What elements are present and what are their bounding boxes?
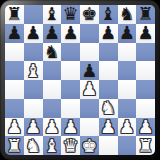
square-h7[interactable]: ♟ [136, 24, 155, 43]
piece-black-pawn[interactable]: ♟ [6, 24, 22, 42]
piece-black-queen[interactable]: ♛ [63, 5, 79, 23]
square-f5[interactable] [99, 61, 118, 80]
square-e8[interactable]: ♚ [80, 5, 99, 24]
piece-white-knight[interactable]: ♞ [100, 99, 116, 117]
square-f2[interactable]: ♟ [99, 118, 118, 137]
piece-white-pawn[interactable]: ♟ [119, 117, 135, 135]
piece-black-rook[interactable]: ♜ [138, 5, 154, 23]
piece-black-rook[interactable]: ♜ [6, 5, 22, 23]
square-a7[interactable]: ♟ [5, 24, 24, 43]
square-a5[interactable] [5, 61, 24, 80]
piece-white-pawn[interactable]: ♟ [6, 117, 22, 135]
piece-black-king[interactable]: ♚ [81, 5, 97, 23]
piece-white-rook[interactable]: ♜ [138, 136, 154, 154]
square-g6[interactable] [118, 43, 137, 62]
square-b1[interactable]: ♞ [24, 136, 43, 155]
piece-black-pawn[interactable]: ♟ [81, 61, 97, 79]
square-c4[interactable] [43, 80, 62, 99]
piece-white-bishop[interactable]: ♝ [44, 136, 60, 154]
square-d4[interactable] [61, 80, 80, 99]
square-d1[interactable]: ♛ [61, 136, 80, 155]
square-c1[interactable]: ♝ [43, 136, 62, 155]
square-e4[interactable]: ♟ [80, 80, 99, 99]
square-b5[interactable]: ♝ [24, 61, 43, 80]
square-f7[interactable]: ♟ [99, 24, 118, 43]
board-frame: ♜♝♛♚♝♞♜♟♟♟♟♟♟♟♞♝♟♟♞♟♟♟♟♟♟♟♜♞♝♛♚♜ [0, 0, 160, 160]
square-a6[interactable] [5, 43, 24, 62]
piece-black-pawn[interactable]: ♟ [138, 24, 154, 42]
square-d5[interactable] [61, 61, 80, 80]
square-g4[interactable] [118, 80, 137, 99]
square-g7[interactable]: ♟ [118, 24, 137, 43]
piece-black-bishop[interactable]: ♝ [44, 5, 60, 23]
square-g5[interactable] [118, 61, 137, 80]
square-d6[interactable] [61, 43, 80, 62]
chess-board[interactable]: ♜♝♛♚♝♞♜♟♟♟♟♟♟♟♞♝♟♟♞♟♟♟♟♟♟♟♜♞♝♛♚♜ [5, 5, 155, 155]
square-c5[interactable] [43, 61, 62, 80]
piece-white-knight[interactable]: ♞ [25, 136, 41, 154]
piece-white-pawn[interactable]: ♟ [81, 80, 97, 98]
piece-black-pawn[interactable]: ♟ [119, 24, 135, 42]
square-g2[interactable]: ♟ [118, 118, 137, 137]
square-e1[interactable]: ♚ [80, 136, 99, 155]
piece-white-pawn[interactable]: ♟ [100, 117, 116, 135]
piece-white-bishop[interactable]: ♝ [25, 61, 41, 79]
piece-white-pawn[interactable]: ♟ [44, 117, 60, 135]
piece-black-pawn[interactable]: ♟ [100, 24, 116, 42]
square-a1[interactable]: ♜ [5, 136, 24, 155]
square-f6[interactable] [99, 43, 118, 62]
square-h5[interactable] [136, 61, 155, 80]
chessboard-app: ♜♝♛♚♝♞♜♟♟♟♟♟♟♟♞♝♟♟♞♟♟♟♟♟♟♟♜♞♝♛♚♜ [0, 0, 160, 160]
piece-black-knight[interactable]: ♞ [119, 5, 135, 23]
square-e7[interactable] [80, 24, 99, 43]
piece-black-bishop[interactable]: ♝ [100, 5, 116, 23]
square-c6[interactable]: ♞ [43, 43, 62, 62]
piece-black-pawn[interactable]: ♟ [63, 24, 79, 42]
square-a4[interactable] [5, 80, 24, 99]
piece-white-pawn[interactable]: ♟ [63, 117, 79, 135]
piece-white-rook[interactable]: ♜ [6, 136, 22, 154]
square-b7[interactable]: ♟ [24, 24, 43, 43]
piece-black-knight[interactable]: ♞ [44, 42, 60, 60]
square-h1[interactable]: ♜ [136, 136, 155, 155]
piece-white-king[interactable]: ♚ [81, 136, 97, 154]
square-h6[interactable] [136, 43, 155, 62]
piece-white-queen[interactable]: ♛ [63, 136, 79, 154]
square-e3[interactable] [80, 99, 99, 118]
piece-white-pawn[interactable]: ♟ [138, 117, 154, 135]
piece-black-pawn[interactable]: ♟ [44, 24, 60, 42]
square-g1[interactable] [118, 136, 137, 155]
square-h4[interactable] [136, 80, 155, 99]
piece-white-pawn[interactable]: ♟ [25, 117, 41, 135]
square-f1[interactable] [99, 136, 118, 155]
square-d7[interactable]: ♟ [61, 24, 80, 43]
piece-black-pawn[interactable]: ♟ [25, 24, 41, 42]
square-b4[interactable] [24, 80, 43, 99]
